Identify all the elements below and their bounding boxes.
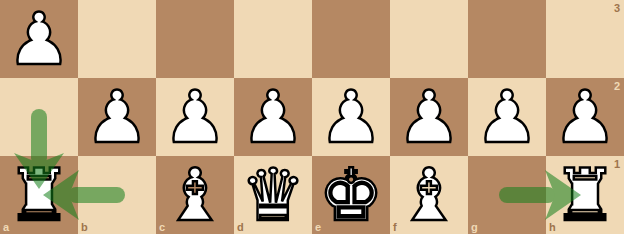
piece-white-pawn[interactable]: ♟ xyxy=(156,78,234,156)
piece-white-queen[interactable]: ♛ xyxy=(234,156,312,234)
square-g1[interactable]: g xyxy=(468,156,546,234)
square-f3[interactable] xyxy=(390,0,468,78)
square-e3[interactable] xyxy=(312,0,390,78)
square-h3[interactable]: 3 xyxy=(546,0,624,78)
square-a2[interactable] xyxy=(0,78,78,156)
square-h1[interactable]: ♜ h 1 xyxy=(546,156,624,234)
square-g3[interactable] xyxy=(468,0,546,78)
piece-white-rook[interactable]: ♜ xyxy=(546,156,624,234)
piece-white-pawn[interactable]: ♟ xyxy=(546,78,624,156)
square-a1[interactable]: ♜ a xyxy=(0,156,78,234)
square-b3[interactable] xyxy=(78,0,156,78)
square-d2[interactable]: ♟ xyxy=(234,78,312,156)
piece-white-rook[interactable]: ♜ xyxy=(0,156,78,234)
square-a3[interactable]: ♟ xyxy=(0,0,78,78)
square-e1[interactable]: ♚ e xyxy=(312,156,390,234)
piece-white-king[interactable]: ♚ xyxy=(312,156,390,234)
piece-white-pawn[interactable]: ♟ xyxy=(468,78,546,156)
piece-white-pawn[interactable]: ♟ xyxy=(312,78,390,156)
square-h2[interactable]: ♟ 2 xyxy=(546,78,624,156)
piece-white-pawn[interactable]: ♟ xyxy=(0,0,78,78)
chess-board: ♟ 3 ♟ ♟ ♟ ♟ ♟ ♟ ♟ 2 ♜ a b ♝ c ♛ d xyxy=(0,0,624,234)
square-d3[interactable] xyxy=(234,0,312,78)
square-c3[interactable] xyxy=(156,0,234,78)
piece-white-bishop[interactable]: ♝ xyxy=(390,156,468,234)
file-label-g: g xyxy=(471,221,478,233)
piece-white-bishop[interactable]: ♝ xyxy=(156,156,234,234)
square-d1[interactable]: ♛ d xyxy=(234,156,312,234)
square-f1[interactable]: ♝ f xyxy=(390,156,468,234)
square-g2[interactable]: ♟ xyxy=(468,78,546,156)
piece-white-pawn[interactable]: ♟ xyxy=(78,78,156,156)
square-c1[interactable]: ♝ c xyxy=(156,156,234,234)
file-label-b: b xyxy=(81,221,88,233)
piece-white-pawn[interactable]: ♟ xyxy=(234,78,312,156)
square-b1[interactable]: b xyxy=(78,156,156,234)
square-e2[interactable]: ♟ xyxy=(312,78,390,156)
square-b2[interactable]: ♟ xyxy=(78,78,156,156)
square-f2[interactable]: ♟ xyxy=(390,78,468,156)
rank-label-3: 3 xyxy=(614,2,620,14)
square-c2[interactable]: ♟ xyxy=(156,78,234,156)
piece-white-pawn[interactable]: ♟ xyxy=(390,78,468,156)
